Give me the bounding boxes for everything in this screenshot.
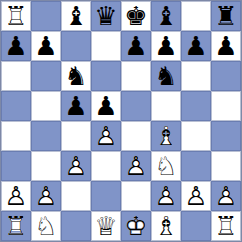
black-piece-glyph: ♟ [211, 31, 241, 61]
square-d1[interactable]: ♛♕ [91, 211, 121, 241]
white-king-e1[interactable]: ♚♔ [121, 211, 151, 241]
white-piece-outline: ♙ [91, 121, 121, 151]
black-piece-glyph: ♟ [91, 91, 121, 121]
square-h4[interactable] [211, 121, 241, 151]
square-g3[interactable] [181, 151, 211, 181]
white-pawn-c3[interactable]: ♟♙ [61, 151, 91, 181]
square-e3[interactable]: ♟♙ [121, 151, 151, 181]
black-piece-glyph: ♟ [1, 31, 31, 61]
square-f7[interactable]: ♟ [151, 31, 181, 61]
black-pawn-c5[interactable]: ♟ [61, 91, 91, 121]
black-pawn-d5[interactable]: ♟ [91, 91, 121, 121]
square-b1[interactable]: ♞♘ [31, 211, 61, 241]
black-bishop-f8[interactable]: ♝ [151, 1, 181, 31]
square-g2[interactable]: ♟♙ [181, 181, 211, 211]
black-piece-glyph: ♞ [61, 61, 91, 91]
square-d2[interactable] [91, 181, 121, 211]
square-h5[interactable] [211, 91, 241, 121]
black-piece-glyph: ♛ [91, 1, 121, 31]
square-a6[interactable] [1, 61, 31, 91]
square-f3[interactable]: ♞♘ [151, 151, 181, 181]
white-rook-h1[interactable]: ♜♖ [211, 211, 241, 241]
white-piece-outline: ♘ [31, 211, 61, 241]
square-f4[interactable]: ♝♗ [151, 121, 181, 151]
square-e5[interactable] [121, 91, 151, 121]
white-knight-f3[interactable]: ♞♘ [151, 151, 181, 181]
square-g7[interactable]: ♟ [181, 31, 211, 61]
square-h2[interactable]: ♟♙ [211, 181, 241, 211]
square-f6[interactable]: ♞ [151, 61, 181, 91]
white-pawn-g2[interactable]: ♟♙ [181, 181, 211, 211]
white-piece-outline: ♙ [151, 181, 181, 211]
black-piece-glyph: ♚ [121, 1, 151, 31]
square-b3[interactable] [31, 151, 61, 181]
square-a7[interactable]: ♟ [1, 31, 31, 61]
square-g4[interactable] [181, 121, 211, 151]
white-bishop-f1[interactable]: ♝♗ [151, 211, 181, 241]
black-piece-glyph: ♞ [151, 61, 181, 91]
square-d6[interactable] [91, 61, 121, 91]
square-e8[interactable]: ♚ [121, 1, 151, 31]
white-piece-outline: ♙ [181, 181, 211, 211]
square-h8[interactable]: ♜ [211, 1, 241, 31]
white-piece-outline: ♖ [1, 211, 31, 241]
white-pawn-d4[interactable]: ♟♙ [91, 121, 121, 151]
square-g5[interactable] [181, 91, 211, 121]
square-a8[interactable]: ♜♖ [1, 1, 31, 31]
square-c1[interactable] [61, 211, 91, 241]
white-queen-d1[interactable]: ♛♕ [91, 211, 121, 241]
black-piece-glyph: ♟ [151, 31, 181, 61]
black-pawn-h7[interactable]: ♟ [211, 31, 241, 61]
white-rook-a1[interactable]: ♜♖ [1, 211, 31, 241]
white-piece-outline: ♖ [1, 1, 31, 31]
square-b4[interactable] [31, 121, 61, 151]
black-piece-glyph: ♜ [211, 1, 241, 31]
white-pawn-b2[interactable]: ♟♙ [31, 181, 61, 211]
square-e4[interactable] [121, 121, 151, 151]
white-piece-outline: ♙ [31, 181, 61, 211]
white-piece-outline: ♖ [211, 211, 241, 241]
white-pawn-a2[interactable]: ♟♙ [1, 181, 31, 211]
square-b5[interactable] [31, 91, 61, 121]
chess-board: ♜♖♝♛♚♝♜♟♟♟♟♟♟♞♞♟♟♟♙♝♗♟♙♟♙♞♘♟♙♟♙♟♙♟♙♟♙♜♖♞… [0, 0, 242, 242]
square-b2[interactable]: ♟♙ [31, 181, 61, 211]
square-h6[interactable] [211, 61, 241, 91]
white-rook-a8[interactable]: ♜♖ [1, 1, 31, 31]
square-f2[interactable]: ♟♙ [151, 181, 181, 211]
black-queen-d8[interactable]: ♛ [91, 1, 121, 31]
black-rook-h8[interactable]: ♜ [211, 1, 241, 31]
white-piece-outline: ♕ [91, 211, 121, 241]
black-pawn-b7[interactable]: ♟ [31, 31, 61, 61]
square-a5[interactable] [1, 91, 31, 121]
black-pawn-a7[interactable]: ♟ [1, 31, 31, 61]
black-pawn-e7[interactable]: ♟ [121, 31, 151, 61]
square-g1[interactable] [181, 211, 211, 241]
black-knight-c6[interactable]: ♞ [61, 61, 91, 91]
square-c2[interactable] [61, 181, 91, 211]
square-e2[interactable] [121, 181, 151, 211]
white-pawn-h2[interactable]: ♟♙ [211, 181, 241, 211]
square-b8[interactable] [31, 1, 61, 31]
black-piece-glyph: ♟ [181, 31, 211, 61]
square-c4[interactable] [61, 121, 91, 151]
square-f8[interactable]: ♝ [151, 1, 181, 31]
square-c5[interactable]: ♟ [61, 91, 91, 121]
square-f1[interactable]: ♝♗ [151, 211, 181, 241]
square-d5[interactable]: ♟ [91, 91, 121, 121]
square-d7[interactable] [91, 31, 121, 61]
square-e6[interactable] [121, 61, 151, 91]
square-c6[interactable]: ♞ [61, 61, 91, 91]
black-bishop-c8[interactable]: ♝ [61, 1, 91, 31]
square-e1[interactable]: ♚♔ [121, 211, 151, 241]
square-c3[interactable]: ♟♙ [61, 151, 91, 181]
white-piece-outline: ♗ [151, 121, 181, 151]
square-e7[interactable]: ♟ [121, 31, 151, 61]
black-piece-glyph: ♝ [61, 1, 91, 31]
square-g8[interactable] [181, 1, 211, 31]
square-f5[interactable] [151, 91, 181, 121]
white-piece-outline: ♙ [61, 151, 91, 181]
white-piece-outline: ♔ [121, 211, 151, 241]
black-king-e8[interactable]: ♚ [121, 1, 151, 31]
square-h1[interactable]: ♜♖ [211, 211, 241, 241]
square-a1[interactable]: ♜♖ [1, 211, 31, 241]
black-knight-f6[interactable]: ♞ [151, 61, 181, 91]
white-piece-outline: ♘ [151, 151, 181, 181]
square-c8[interactable]: ♝ [61, 1, 91, 31]
white-piece-outline: ♙ [121, 151, 151, 181]
white-pawn-f2[interactable]: ♟♙ [151, 181, 181, 211]
black-pawn-g7[interactable]: ♟ [181, 31, 211, 61]
black-piece-glyph: ♟ [61, 91, 91, 121]
square-g6[interactable] [181, 61, 211, 91]
square-b7[interactable]: ♟ [31, 31, 61, 61]
white-knight-b1[interactable]: ♞♘ [31, 211, 61, 241]
square-d3[interactable] [91, 151, 121, 181]
white-pawn-e3[interactable]: ♟♙ [121, 151, 151, 181]
square-h7[interactable]: ♟ [211, 31, 241, 61]
white-piece-outline: ♙ [211, 181, 241, 211]
square-a2[interactable]: ♟♙ [1, 181, 31, 211]
black-pawn-f7[interactable]: ♟ [151, 31, 181, 61]
square-a3[interactable] [1, 151, 31, 181]
black-piece-glyph: ♝ [151, 1, 181, 31]
black-piece-glyph: ♟ [121, 31, 151, 61]
square-b6[interactable] [31, 61, 61, 91]
square-a4[interactable] [1, 121, 31, 151]
square-d8[interactable]: ♛ [91, 1, 121, 31]
square-c7[interactable] [61, 31, 91, 61]
white-piece-outline: ♗ [151, 211, 181, 241]
white-bishop-f4[interactable]: ♝♗ [151, 121, 181, 151]
white-piece-outline: ♙ [1, 181, 31, 211]
square-h3[interactable] [211, 151, 241, 181]
black-piece-glyph: ♟ [31, 31, 61, 61]
square-d4[interactable]: ♟♙ [91, 121, 121, 151]
